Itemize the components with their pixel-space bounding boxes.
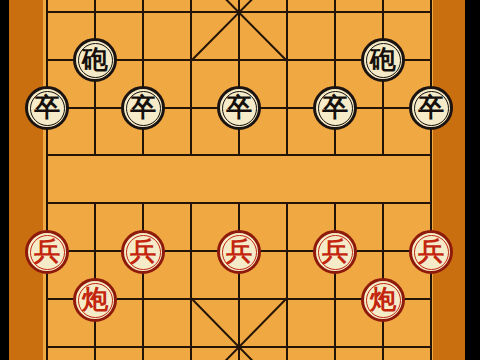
piece-black-cannon[interactable]: 砲 <box>73 38 117 82</box>
piece-glyph: 砲 <box>82 46 108 72</box>
piece-glyph: 卒 <box>130 94 156 120</box>
piece-glyph: 卒 <box>226 94 252 120</box>
piece-black-soldier[interactable]: 卒 <box>25 86 69 130</box>
piece-black-soldier[interactable]: 卒 <box>409 86 453 130</box>
piece-glyph: 兵 <box>418 238 444 264</box>
piece-black-soldier[interactable]: 卒 <box>217 86 261 130</box>
piece-red-soldier[interactable]: 兵 <box>313 230 357 274</box>
piece-red-soldier[interactable]: 兵 <box>217 230 261 274</box>
piece-glyph: 兵 <box>226 238 252 264</box>
piece-glyph: 兵 <box>130 238 156 264</box>
piece-black-soldier[interactable]: 卒 <box>313 86 357 130</box>
piece-grid: 砲砲卒卒卒卒卒兵兵兵兵兵炮炮 <box>23 0 455 360</box>
piece-glyph: 砲 <box>370 46 396 72</box>
piece-red-soldier[interactable]: 兵 <box>121 230 165 274</box>
piece-black-soldier[interactable]: 卒 <box>121 86 165 130</box>
piece-glyph: 卒 <box>418 94 444 120</box>
piece-glyph: 兵 <box>34 238 60 264</box>
piece-glyph: 兵 <box>322 238 348 264</box>
xiangqi-board: 砲砲卒卒卒卒卒兵兵兵兵兵炮炮 <box>0 0 480 360</box>
piece-red-cannon[interactable]: 炮 <box>361 278 405 322</box>
piece-black-cannon[interactable]: 砲 <box>361 38 405 82</box>
piece-glyph: 卒 <box>34 94 60 120</box>
piece-glyph: 卒 <box>322 94 348 120</box>
piece-red-soldier[interactable]: 兵 <box>25 230 69 274</box>
piece-glyph: 炮 <box>82 286 108 312</box>
piece-red-soldier[interactable]: 兵 <box>409 230 453 274</box>
piece-red-cannon[interactable]: 炮 <box>73 278 117 322</box>
piece-glyph: 炮 <box>370 286 396 312</box>
